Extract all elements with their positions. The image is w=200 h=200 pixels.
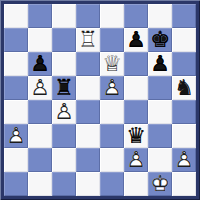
square-e2[interactable] xyxy=(100,148,124,172)
black-knight-outline: ♘ xyxy=(172,76,196,100)
piece-white-rook-d7[interactable]: ♜♖ xyxy=(76,28,100,52)
square-e8[interactable] xyxy=(100,4,124,28)
black-rook-outline: ♖ xyxy=(52,76,76,100)
square-d4[interactable] xyxy=(76,100,100,124)
square-c2[interactable] xyxy=(52,148,76,172)
black-king-outline: ♔ xyxy=(148,28,172,52)
square-a4[interactable] xyxy=(4,100,28,124)
square-g1[interactable]: ♚♔ xyxy=(148,172,172,196)
square-d5[interactable] xyxy=(76,76,100,100)
square-h5[interactable]: ♞♘ xyxy=(172,76,196,100)
piece-white-pawn-a3[interactable]: ♟♙ xyxy=(4,124,28,148)
square-f6[interactable] xyxy=(124,52,148,76)
piece-white-pawn-h2[interactable]: ♟♙ xyxy=(172,148,196,172)
square-a6[interactable] xyxy=(4,52,28,76)
square-d8[interactable] xyxy=(76,4,100,28)
white-pawn-outline: ♙ xyxy=(124,148,148,172)
square-b6[interactable]: ♟♙ xyxy=(28,52,52,76)
square-g6[interactable]: ♟♙ xyxy=(148,52,172,76)
square-a8[interactable] xyxy=(4,4,28,28)
piece-white-queen-e6[interactable]: ♛♕ xyxy=(100,52,124,76)
square-f4[interactable] xyxy=(124,100,148,124)
square-e4[interactable] xyxy=(100,100,124,124)
piece-white-king-g1[interactable]: ♚♔ xyxy=(148,172,172,196)
square-e5[interactable]: ♟♙ xyxy=(100,76,124,100)
square-a3[interactable]: ♟♙ xyxy=(4,124,28,148)
square-g3[interactable] xyxy=(148,124,172,148)
white-rook-outline: ♖ xyxy=(76,28,100,52)
piece-black-knight-h5[interactable]: ♞♘ xyxy=(172,76,196,100)
black-pawn-outline: ♙ xyxy=(148,52,172,76)
square-b3[interactable] xyxy=(28,124,52,148)
square-g4[interactable] xyxy=(148,100,172,124)
piece-white-pawn-c4[interactable]: ♟♙ xyxy=(52,100,76,124)
piece-black-pawn-f7[interactable]: ♟♙ xyxy=(124,28,148,52)
square-c4[interactable]: ♟♙ xyxy=(52,100,76,124)
board-frame: ♜♖♟♙♚♔♟♙♛♕♟♙♟♙♜♖♟♙♞♘♟♙♟♙♛♕♟♙♟♙♚♔ xyxy=(0,0,200,200)
square-e7[interactable] xyxy=(100,28,124,52)
piece-black-rook-c5[interactable]: ♜♖ xyxy=(52,76,76,100)
square-b1[interactable] xyxy=(28,172,52,196)
square-f2[interactable]: ♟♙ xyxy=(124,148,148,172)
white-pawn-outline: ♙ xyxy=(172,148,196,172)
square-f5[interactable] xyxy=(124,76,148,100)
piece-black-pawn-b6[interactable]: ♟♙ xyxy=(28,52,52,76)
square-a1[interactable] xyxy=(4,172,28,196)
square-f1[interactable] xyxy=(124,172,148,196)
square-b4[interactable] xyxy=(28,100,52,124)
square-g7[interactable]: ♚♔ xyxy=(148,28,172,52)
square-f7[interactable]: ♟♙ xyxy=(124,28,148,52)
square-c7[interactable] xyxy=(52,28,76,52)
white-queen-outline: ♕ xyxy=(100,52,124,76)
square-a5[interactable] xyxy=(4,76,28,100)
square-h4[interactable] xyxy=(172,100,196,124)
white-pawn-outline: ♙ xyxy=(100,76,124,100)
white-pawn-outline: ♙ xyxy=(52,100,76,124)
square-c3[interactable] xyxy=(52,124,76,148)
square-a2[interactable] xyxy=(4,148,28,172)
square-d1[interactable] xyxy=(76,172,100,196)
square-f8[interactable] xyxy=(124,4,148,28)
square-d7[interactable]: ♜♖ xyxy=(76,28,100,52)
square-b7[interactable] xyxy=(28,28,52,52)
square-b8[interactable] xyxy=(28,4,52,28)
piece-white-pawn-f2[interactable]: ♟♙ xyxy=(124,148,148,172)
square-c5[interactable]: ♜♖ xyxy=(52,76,76,100)
white-pawn-outline: ♙ xyxy=(4,124,28,148)
piece-white-pawn-e5[interactable]: ♟♙ xyxy=(100,76,124,100)
white-pawn-outline: ♙ xyxy=(28,76,52,100)
square-h1[interactable] xyxy=(172,172,196,196)
square-b5[interactable]: ♟♙ xyxy=(28,76,52,100)
square-c6[interactable] xyxy=(52,52,76,76)
piece-black-pawn-g6[interactable]: ♟♙ xyxy=(148,52,172,76)
white-king-outline: ♔ xyxy=(148,172,172,196)
piece-black-king-g7[interactable]: ♚♔ xyxy=(148,28,172,52)
square-d2[interactable] xyxy=(76,148,100,172)
black-pawn-outline: ♙ xyxy=(28,52,52,76)
square-g5[interactable] xyxy=(148,76,172,100)
piece-white-pawn-b5[interactable]: ♟♙ xyxy=(28,76,52,100)
square-e1[interactable] xyxy=(100,172,124,196)
square-d3[interactable] xyxy=(76,124,100,148)
square-e6[interactable]: ♛♕ xyxy=(100,52,124,76)
square-h2[interactable]: ♟♙ xyxy=(172,148,196,172)
square-g8[interactable] xyxy=(148,4,172,28)
square-a7[interactable] xyxy=(4,28,28,52)
square-h3[interactable] xyxy=(172,124,196,148)
square-c8[interactable] xyxy=(52,4,76,28)
piece-black-queen-f3[interactable]: ♛♕ xyxy=(124,124,148,148)
square-e3[interactable] xyxy=(100,124,124,148)
square-d6[interactable] xyxy=(76,52,100,76)
square-h8[interactable] xyxy=(172,4,196,28)
square-f3[interactable]: ♛♕ xyxy=(124,124,148,148)
square-b2[interactable] xyxy=(28,148,52,172)
black-pawn-outline: ♙ xyxy=(124,28,148,52)
square-c1[interactable] xyxy=(52,172,76,196)
square-h6[interactable] xyxy=(172,52,196,76)
black-queen-outline: ♕ xyxy=(124,124,148,148)
square-h7[interactable] xyxy=(172,28,196,52)
chess-board: ♜♖♟♙♚♔♟♙♛♕♟♙♟♙♜♖♟♙♞♘♟♙♟♙♛♕♟♙♟♙♚♔ xyxy=(4,4,196,196)
square-g2[interactable] xyxy=(148,148,172,172)
